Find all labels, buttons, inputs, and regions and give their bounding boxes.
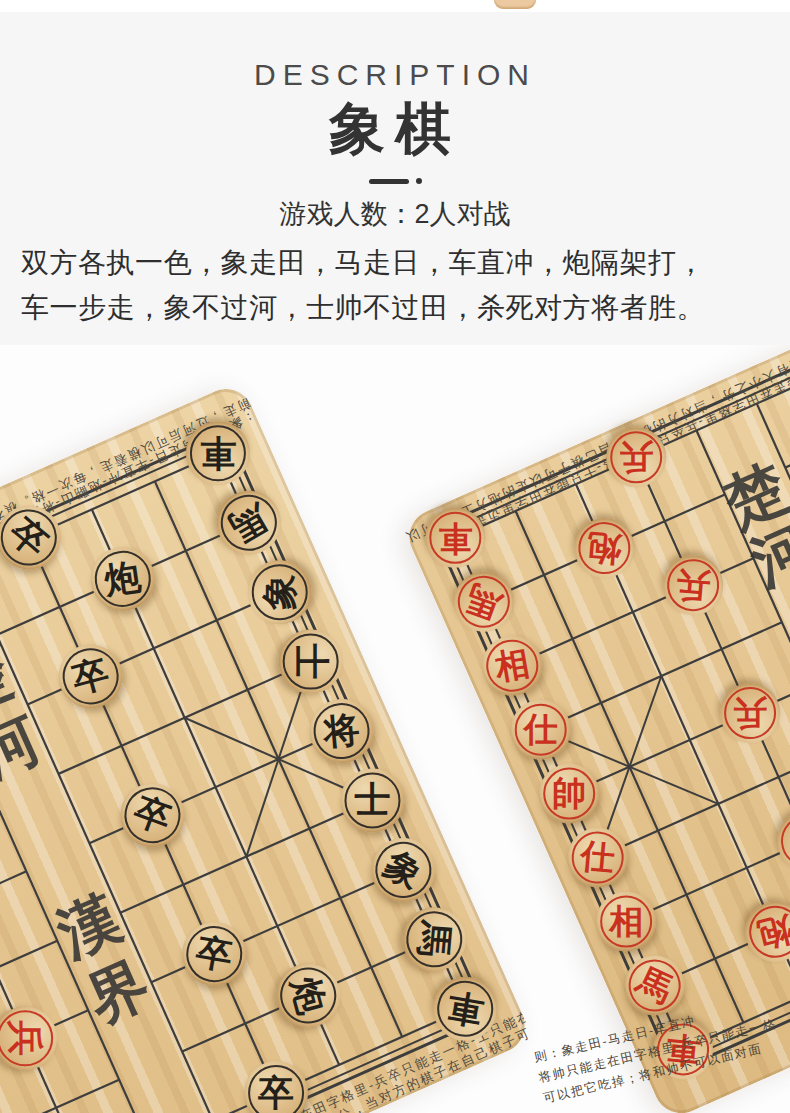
players-line: 游戏人数：2人对战 (0, 196, 790, 232)
piece-glyph: 相 (493, 646, 532, 685)
river-label-char: 河 (0, 705, 50, 790)
previous-photo-edge (494, 0, 536, 9)
piece-glyph: 仕 (579, 839, 616, 876)
divider-bar-icon (369, 179, 409, 184)
xiangqi-board-left: 楚河漢界兵只可向前走，过河后可以横着走，每次一格。棋有大小之分，当对方的棋子在自… (0, 380, 534, 1113)
divider-dot-icon (416, 178, 422, 184)
board-photo: 楚河漢界兵只可向前走，过河后可以横着走，每次一格。棋有大小之分，当对方的棋子在自… (0, 345, 790, 1113)
game-description: 双方各执一色，象走田，马走日，车直冲，炮隔架打， 车一步走，象不过河，士帅不过田… (0, 240, 790, 330)
section-eyebrow: DESCRIPTION (0, 12, 790, 92)
piece-glyph: 士 (293, 644, 329, 680)
piece-glyph: 象 (262, 574, 298, 610)
players-value: 2人对战 (414, 199, 510, 229)
piece-black-advisor: 士 (340, 768, 404, 832)
piece-red-soldier: 兵 (606, 427, 666, 487)
piece-glyph: 兵 (733, 696, 767, 730)
piece-glyph: 仕 (524, 713, 558, 747)
piece-red-soldier: 兵 (720, 683, 780, 743)
piece-glyph: 相 (609, 905, 643, 939)
piece-black-chariot: 車 (186, 421, 250, 485)
product-page: DESCRIPTION 象棋 游戏人数：2人对战 双方各执一色，象走田，马走日，… (0, 0, 790, 1113)
river-label-char: 界 (78, 950, 160, 1035)
piece-red-elephant: 相 (596, 892, 656, 952)
piece-glyph: 帥 (552, 777, 586, 811)
piece-glyph: 士 (354, 782, 390, 818)
description-line-2: 车一步走，象不过河，士帅不过田，杀死对方将者胜。 (21, 285, 769, 330)
description-line-1: 双方各执一色，象走田，马走日，车直冲，炮隔架打， (21, 240, 769, 285)
piece-glyph: 兵 (7, 1020, 43, 1056)
piece-glyph: 卒 (193, 933, 235, 975)
top-strip (0, 0, 790, 12)
description-section: DESCRIPTION 象棋 游戏人数：2人对战 双方各执一色，象走田，马走日，… (0, 12, 790, 345)
piece-glyph: 車 (438, 521, 472, 555)
piece-glyph: 車 (200, 435, 236, 471)
piece-red-chariot: 車 (425, 508, 485, 568)
boards-root: 楚河漢界兵只可向前走，过河后可以横着走，每次一格。棋有大小之分，当对方的棋子在自… (0, 345, 790, 1113)
piece-red-general: 帥 (539, 764, 599, 824)
piece-red-advisor: 仕 (511, 700, 571, 760)
piece-glyph: 兵 (675, 567, 712, 604)
piece-glyph: 兵 (619, 440, 653, 474)
piece-black-elephant: 象 (248, 560, 312, 624)
players-label: 游戏人数： (279, 199, 414, 229)
piece-glyph: 炮 (586, 530, 623, 567)
piece-glyph: 将 (322, 712, 361, 751)
piece-black-advisor: 士 (279, 630, 343, 694)
piece-glyph: 馬 (415, 920, 454, 959)
piece-glyph: 炮 (102, 559, 143, 600)
page-title: 象棋 (0, 92, 790, 168)
piece-glyph: 車 (444, 988, 486, 1030)
title-divider (0, 178, 790, 184)
piece-glyph: 卒 (258, 1075, 294, 1111)
